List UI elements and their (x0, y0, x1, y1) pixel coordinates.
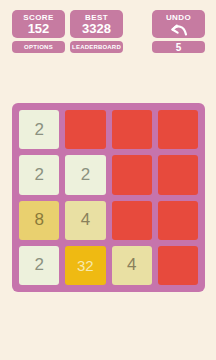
empty-cell (112, 201, 152, 240)
board[interactable]: 222842324 (12, 103, 205, 292)
score-value: 152 (28, 22, 50, 36)
empty-cell (65, 110, 105, 149)
empty-cell (158, 155, 198, 194)
best-panel: BEST 3328 (70, 10, 123, 38)
leaderboard-button[interactable]: LEADERBOARD (70, 41, 123, 53)
tile-2: 2 (19, 246, 59, 285)
options-label: OPTIONS (24, 44, 53, 50)
leaderboard-label: LEADERBOARD (72, 44, 121, 50)
tile-4: 4 (65, 201, 105, 240)
tile-2: 2 (19, 110, 59, 149)
undo-count-value: 5 (176, 42, 182, 53)
tile-32: 32 (65, 246, 105, 285)
best-value: 3328 (82, 22, 111, 36)
empty-cell (112, 110, 152, 149)
empty-cell (112, 155, 152, 194)
undo-arrow-icon (168, 23, 190, 36)
tile-2: 2 (65, 155, 105, 194)
undo-count-badge: 5 (152, 41, 205, 53)
score-panel: SCORE 152 (12, 10, 65, 38)
empty-cell (158, 246, 198, 285)
undo-label: UNDO (166, 13, 191, 22)
empty-cell (158, 201, 198, 240)
tile-8: 8 (19, 201, 59, 240)
tile-2: 2 (19, 155, 59, 194)
empty-cell (158, 110, 198, 149)
app-screen: SCORE 152 BEST 3328 UNDO OPTIONS LEADERB… (0, 0, 216, 360)
options-button[interactable]: OPTIONS (12, 41, 65, 53)
undo-button[interactable]: UNDO (152, 10, 205, 38)
tile-4: 4 (112, 246, 152, 285)
